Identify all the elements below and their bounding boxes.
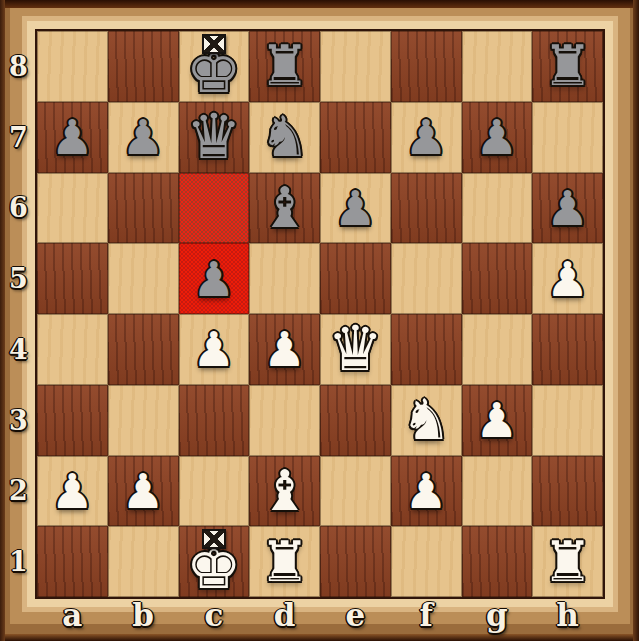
square-h1[interactable]: ♜: [532, 526, 603, 597]
square-d4[interactable]: ♟: [249, 314, 320, 385]
square-e7[interactable]: [320, 102, 391, 173]
piece-white-pawn[interactable]: ♟: [546, 255, 589, 303]
square-c5[interactable]: ♟: [179, 243, 250, 314]
piece-white-pawn[interactable]: ♟: [263, 325, 306, 373]
square-h8[interactable]: ♜: [532, 31, 603, 102]
piece-black-knight[interactable]: ♞: [260, 109, 310, 165]
piece-white-rook[interactable]: ♜: [260, 534, 310, 590]
square-a7[interactable]: ♟: [37, 102, 108, 173]
frame-edge-right: [633, 0, 639, 641]
file-label-h: h: [532, 597, 603, 639]
file-label-f: f: [391, 597, 462, 639]
square-g6[interactable]: [462, 173, 533, 244]
piece-white-rook[interactable]: ♜: [543, 534, 593, 590]
piece-black-bishop[interactable]: ♝: [260, 180, 310, 236]
square-f2[interactable]: ♟: [391, 456, 462, 527]
piece-white-bishop[interactable]: ♝: [260, 463, 310, 519]
square-d7[interactable]: ♞: [249, 102, 320, 173]
square-c7[interactable]: ♛: [179, 102, 250, 173]
square-c4[interactable]: ♟: [179, 314, 250, 385]
file-label-a: a: [37, 597, 108, 639]
square-f7[interactable]: ♟: [391, 102, 462, 173]
rank-label-6: 6: [0, 173, 37, 244]
square-g3[interactable]: ♟: [462, 385, 533, 456]
square-a3[interactable]: [37, 385, 108, 456]
file-label-e: e: [320, 597, 391, 639]
board-frame: ♚♜♜♟♟♛♞♟♟♝♟♟♟♟♟♟♛♞♟♟♟♝♟♚♜♜: [37, 31, 603, 597]
square-c3[interactable]: [179, 385, 250, 456]
piece-white-queen[interactable]: ♛: [328, 318, 384, 380]
square-h4[interactable]: [532, 314, 603, 385]
square-h7[interactable]: [532, 102, 603, 173]
square-f6[interactable]: [391, 173, 462, 244]
file-label-b: b: [108, 597, 179, 639]
square-b5[interactable]: [108, 243, 179, 314]
square-c2[interactable]: [179, 456, 250, 527]
rank-label-8: 8: [0, 31, 37, 102]
square-f5[interactable]: [391, 243, 462, 314]
square-e2[interactable]: [320, 456, 391, 527]
square-a8[interactable]: [37, 31, 108, 102]
square-b7[interactable]: ♟: [108, 102, 179, 173]
square-g1[interactable]: [462, 526, 533, 597]
square-h3[interactable]: [532, 385, 603, 456]
piece-white-pawn[interactable]: ♟: [192, 325, 235, 373]
square-f1[interactable]: [391, 526, 462, 597]
file-label-c: c: [179, 597, 250, 639]
piece-white-pawn[interactable]: ♟: [122, 467, 165, 515]
rank-label-7: 7: [0, 102, 37, 173]
chess-board[interactable]: ♚♜♜♟♟♛♞♟♟♝♟♟♟♟♟♟♛♞♟♟♟♝♟♚♜♜: [37, 31, 603, 597]
file-label-d: d: [249, 597, 320, 639]
piece-black-rook[interactable]: ♜: [260, 38, 310, 94]
square-e4[interactable]: ♛: [320, 314, 391, 385]
square-e1[interactable]: [320, 526, 391, 597]
square-b3[interactable]: [108, 385, 179, 456]
square-d8[interactable]: ♜: [249, 31, 320, 102]
square-d1[interactable]: ♜: [249, 526, 320, 597]
piece-white-pawn[interactable]: ♟: [475, 396, 518, 444]
square-b6[interactable]: [108, 173, 179, 244]
chess-app-window: 87654321 ♚♜♜♟♟♛♞♟♟♝♟♟♟♟♟♟♛♞♟♟♟♝♟♚♜♜ abcd…: [0, 0, 639, 641]
square-b4[interactable]: [108, 314, 179, 385]
piece-white-pawn[interactable]: ♟: [51, 467, 94, 515]
square-f3[interactable]: ♞: [391, 385, 462, 456]
square-c6[interactable]: [179, 173, 250, 244]
piece-black-pawn[interactable]: ♟: [334, 184, 377, 232]
square-a6[interactable]: [37, 173, 108, 244]
square-e8[interactable]: [320, 31, 391, 102]
piece-black-pawn[interactable]: ♟: [51, 113, 94, 161]
castled-king-flag-icon: [202, 529, 226, 549]
square-d5[interactable]: [249, 243, 320, 314]
square-d6[interactable]: ♝: [249, 173, 320, 244]
square-b1[interactable]: [108, 526, 179, 597]
square-f4[interactable]: [391, 314, 462, 385]
square-g2[interactable]: [462, 456, 533, 527]
piece-black-pawn[interactable]: ♟: [405, 113, 448, 161]
piece-black-pawn[interactable]: ♟: [122, 113, 165, 161]
square-a1[interactable]: [37, 526, 108, 597]
square-g8[interactable]: [462, 31, 533, 102]
square-h2[interactable]: [532, 456, 603, 527]
piece-black-rook[interactable]: ♜: [543, 38, 593, 94]
square-h6[interactable]: ♟: [532, 173, 603, 244]
square-a2[interactable]: ♟: [37, 456, 108, 527]
rank-label-4: 4: [0, 314, 37, 385]
castled-king-flag-icon: [202, 34, 226, 54]
rank-label-3: 3: [0, 385, 37, 456]
square-b2[interactable]: ♟: [108, 456, 179, 527]
square-h5[interactable]: ♟: [532, 243, 603, 314]
piece-white-knight[interactable]: ♞: [401, 392, 451, 448]
square-d3[interactable]: [249, 385, 320, 456]
square-a5[interactable]: [37, 243, 108, 314]
rank-label-1: 1: [0, 526, 37, 597]
file-labels: abcdefgh: [37, 597, 603, 639]
piece-black-pawn[interactable]: ♟: [475, 113, 518, 161]
piece-white-pawn[interactable]: ♟: [405, 467, 448, 515]
piece-black-queen[interactable]: ♛: [186, 106, 242, 168]
square-b8[interactable]: [108, 31, 179, 102]
square-g7[interactable]: ♟: [462, 102, 533, 173]
square-c8[interactable]: ♚: [179, 31, 250, 102]
square-d2[interactable]: ♝: [249, 456, 320, 527]
square-e5[interactable]: [320, 243, 391, 314]
square-g5[interactable]: [462, 243, 533, 314]
rank-label-2: 2: [0, 456, 37, 527]
piece-black-pawn[interactable]: ♟: [546, 184, 589, 232]
square-g4[interactable]: [462, 314, 533, 385]
file-label-g: g: [462, 597, 533, 639]
square-f8[interactable]: [391, 31, 462, 102]
rank-label-5: 5: [0, 243, 37, 314]
rank-labels: 87654321: [0, 31, 37, 597]
square-e3[interactable]: [320, 385, 391, 456]
piece-black-pawn[interactable]: ♟: [192, 255, 235, 303]
square-e6[interactable]: ♟: [320, 173, 391, 244]
square-a4[interactable]: [37, 314, 108, 385]
frame-edge-top: [0, 0, 639, 8]
square-c1[interactable]: ♚: [179, 526, 250, 597]
